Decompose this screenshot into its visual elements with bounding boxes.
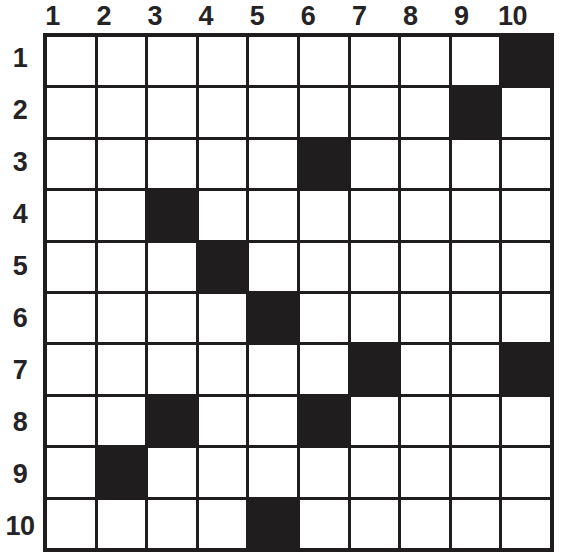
cell-r1c4-white[interactable]: [199, 37, 247, 85]
col-label-3: 3: [147, 3, 162, 30]
row-label-2: 2: [13, 97, 28, 124]
cell-r8c2-white[interactable]: [98, 397, 146, 445]
cell-r6c9-white[interactable]: [452, 294, 500, 342]
row-label-3: 3: [13, 149, 28, 176]
cell-r2c5-white[interactable]: [249, 88, 297, 136]
cell-r9c5-white[interactable]: [249, 448, 297, 496]
cell-r10c10-white[interactable]: [502, 500, 550, 548]
cell-r10c4-white[interactable]: [199, 500, 247, 548]
cell-r2c6-white[interactable]: [300, 88, 348, 136]
cell-r3c10-white[interactable]: [502, 140, 550, 188]
cell-r3c4-white[interactable]: [199, 140, 247, 188]
cell-r7c4-white[interactable]: [199, 345, 247, 393]
col-label-9: 9: [454, 3, 469, 30]
cell-r4c7-white[interactable]: [351, 191, 399, 239]
cell-r7c2-white[interactable]: [98, 345, 146, 393]
cell-r9c8-white[interactable]: [401, 448, 449, 496]
cell-r6c1-white[interactable]: [47, 294, 95, 342]
cell-r9c4-white[interactable]: [199, 448, 247, 496]
cell-r4c6-white[interactable]: [300, 191, 348, 239]
cell-r7c7-black[interactable]: [351, 345, 399, 393]
cell-r6c2-white[interactable]: [98, 294, 146, 342]
cell-r9c1-white[interactable]: [47, 448, 95, 496]
cell-r5c10-white[interactable]: [502, 243, 550, 291]
cell-r7c3-white[interactable]: [148, 345, 196, 393]
col-label-5: 5: [250, 3, 265, 30]
cell-r10c5-black[interactable]: [249, 500, 297, 548]
cell-r6c5-black[interactable]: [249, 294, 297, 342]
cell-r3c1-white[interactable]: [47, 140, 95, 188]
col-label-7: 7: [352, 3, 367, 30]
cell-r2c3-white[interactable]: [148, 88, 196, 136]
cell-r5c4-black[interactable]: [199, 243, 247, 291]
cell-r1c5-white[interactable]: [249, 37, 297, 85]
col-label-6: 6: [301, 3, 316, 30]
cell-r5c9-white[interactable]: [452, 243, 500, 291]
cell-r2c9-black[interactable]: [452, 88, 500, 136]
cell-r6c6-white[interactable]: [300, 294, 348, 342]
cell-r6c4-white[interactable]: [199, 294, 247, 342]
cell-r6c10-white[interactable]: [502, 294, 550, 342]
cell-r3c5-white[interactable]: [249, 140, 297, 188]
row-label-10: 10: [5, 513, 34, 540]
cell-r4c5-white[interactable]: [249, 191, 297, 239]
cell-r1c6-white[interactable]: [300, 37, 348, 85]
cell-r1c8-white[interactable]: [401, 37, 449, 85]
row-labels: 12345678910: [0, 33, 40, 552]
cell-r3c9-white[interactable]: [452, 140, 500, 188]
cell-r7c8-white[interactable]: [401, 345, 449, 393]
cell-r9c9-white[interactable]: [452, 448, 500, 496]
cell-r4c1-white[interactable]: [47, 191, 95, 239]
cell-r7c6-white[interactable]: [300, 345, 348, 393]
cell-r2c4-white[interactable]: [199, 88, 247, 136]
cell-r10c6-white[interactable]: [300, 500, 348, 548]
cell-r8c10-white[interactable]: [502, 397, 550, 445]
cell-r3c8-white[interactable]: [401, 140, 449, 188]
cell-r6c7-white[interactable]: [351, 294, 399, 342]
cell-r10c7-white[interactable]: [351, 500, 399, 548]
cell-r8c1-white[interactable]: [47, 397, 95, 445]
cell-r2c10-white[interactable]: [502, 88, 550, 136]
col-label-1: 1: [45, 3, 60, 30]
cell-r8c7-white[interactable]: [351, 397, 399, 445]
cell-r4c8-white[interactable]: [401, 191, 449, 239]
cell-r2c8-white[interactable]: [401, 88, 449, 136]
cell-r4c3-black[interactable]: [148, 191, 196, 239]
col-label-4: 4: [199, 3, 214, 30]
cell-r2c1-white[interactable]: [47, 88, 95, 136]
cell-r10c1-white[interactable]: [47, 500, 95, 548]
cell-r5c6-white[interactable]: [300, 243, 348, 291]
cell-r2c7-white[interactable]: [351, 88, 399, 136]
cell-r10c8-white[interactable]: [401, 500, 449, 548]
row-label-5: 5: [13, 253, 28, 280]
cell-r9c7-white[interactable]: [351, 448, 399, 496]
cell-r8c3-black[interactable]: [148, 397, 196, 445]
cell-r8c8-white[interactable]: [401, 397, 449, 445]
cell-r9c3-white[interactable]: [148, 448, 196, 496]
cell-r5c7-white[interactable]: [351, 243, 399, 291]
cell-r1c7-white[interactable]: [351, 37, 399, 85]
cell-r10c2-white[interactable]: [98, 500, 146, 548]
cell-r5c8-white[interactable]: [401, 243, 449, 291]
cell-r3c2-white[interactable]: [98, 140, 146, 188]
cell-r3c3-white[interactable]: [148, 140, 196, 188]
cell-r4c4-white[interactable]: [199, 191, 247, 239]
cell-r9c6-white[interactable]: [300, 448, 348, 496]
cell-r5c3-white[interactable]: [148, 243, 196, 291]
cell-r9c2-black[interactable]: [98, 448, 146, 496]
col-label-2: 2: [96, 3, 111, 30]
row-label-4: 4: [13, 201, 28, 228]
cell-r1c1-white[interactable]: [47, 37, 95, 85]
cell-r7c5-white[interactable]: [249, 345, 297, 393]
cell-r3c6-black[interactable]: [300, 140, 348, 188]
cell-r4c9-white[interactable]: [452, 191, 500, 239]
cell-r1c2-white[interactable]: [98, 37, 146, 85]
cell-r2c2-white[interactable]: [98, 88, 146, 136]
cell-r5c2-white[interactable]: [98, 243, 146, 291]
cell-r5c1-white[interactable]: [47, 243, 95, 291]
cell-r8c5-white[interactable]: [249, 397, 297, 445]
column-labels: 12345678910: [27, 0, 538, 33]
cell-r8c6-black[interactable]: [300, 397, 348, 445]
row-label-9: 9: [13, 461, 28, 488]
cell-r4c10-white[interactable]: [502, 191, 550, 239]
cell-r7c1-white[interactable]: [47, 345, 95, 393]
puzzle-diagram: 12345678910 12345678910: [0, 0, 568, 559]
col-label-8: 8: [403, 3, 418, 30]
puzzle-board: [43, 33, 554, 552]
cell-r7c10-black[interactable]: [502, 345, 550, 393]
cell-r6c8-white[interactable]: [401, 294, 449, 342]
row-label-6: 6: [13, 305, 28, 332]
cell-r6c3-white[interactable]: [148, 294, 196, 342]
row-label-8: 8: [13, 409, 28, 436]
col-label-10: 10: [498, 3, 527, 30]
cell-r7c9-white[interactable]: [452, 345, 500, 393]
cell-r3c7-white[interactable]: [351, 140, 399, 188]
cell-r1c9-white[interactable]: [452, 37, 500, 85]
row-label-7: 7: [13, 357, 28, 384]
row-label-1: 1: [13, 45, 28, 72]
cell-r1c3-white[interactable]: [148, 37, 196, 85]
cell-r10c9-white[interactable]: [452, 500, 500, 548]
cell-r10c3-white[interactable]: [148, 500, 196, 548]
cell-r5c5-white[interactable]: [249, 243, 297, 291]
cell-r8c4-white[interactable]: [199, 397, 247, 445]
cell-r8c9-white[interactable]: [452, 397, 500, 445]
cell-r1c10-black[interactable]: [502, 37, 550, 85]
cell-r9c10-white[interactable]: [502, 448, 550, 496]
cell-r4c2-white[interactable]: [98, 191, 146, 239]
